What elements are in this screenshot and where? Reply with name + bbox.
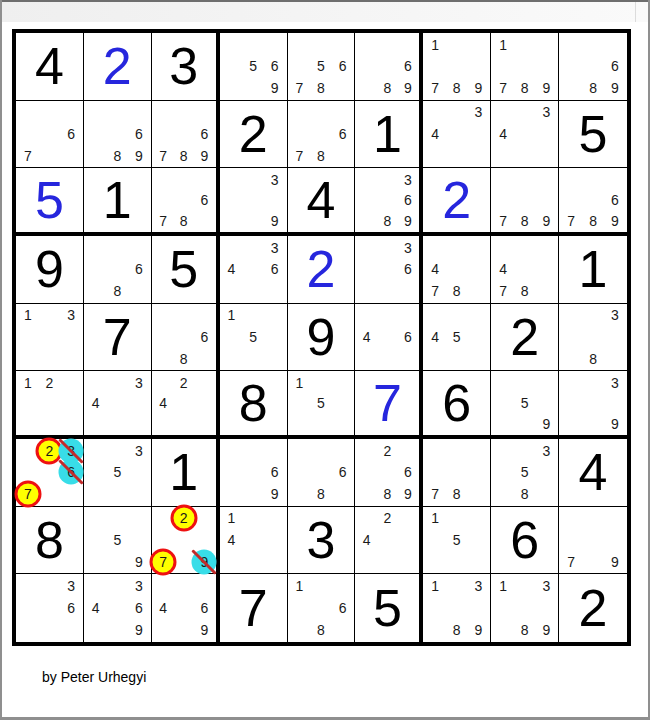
candidate-8[interactable]: 8 (377, 210, 398, 231)
candidate-6[interactable]: 6 (60, 597, 82, 619)
candidate-1[interactable]: 1 (17, 372, 39, 393)
candidate-9[interactable]: 9 (264, 483, 286, 505)
candidate-digit: 5 (249, 59, 257, 73)
candidate-2[interactable]: 2 (377, 508, 398, 530)
candidate-1[interactable]: 1 (492, 34, 514, 56)
candidate-digit: 5 (113, 465, 121, 479)
cell-r3c5[interactable]: 4 (288, 168, 356, 236)
cell-r7c3[interactable]: 1 (152, 439, 220, 507)
candidate-digit: 6 (339, 59, 347, 73)
candidate-grid: 5678 (289, 34, 354, 99)
candidate-7[interactable]: 7 (560, 210, 582, 231)
candidate-2[interactable]: 2 (377, 440, 398, 462)
candidate-6[interactable]: 6 (60, 462, 82, 484)
candidate-6[interactable]: 6 (194, 597, 215, 619)
candidate-4[interactable]: 4 (424, 326, 446, 348)
candidate-digit: 9 (611, 214, 619, 228)
candidate-3[interactable]: 3 (604, 372, 626, 393)
cell-r6c2[interactable]: 34 (84, 371, 152, 439)
candidate-digit: 7 (24, 487, 32, 501)
candidate-grid: 59 (85, 508, 150, 573)
candidate-1[interactable]: 1 (289, 372, 311, 393)
candidate-digit: 3 (542, 444, 550, 458)
cell-r4c2[interactable]: 68 (84, 236, 152, 304)
candidate-3[interactable]: 3 (264, 237, 286, 259)
cell-r2c5[interactable]: 678 (288, 101, 356, 169)
cell-r8c1[interactable]: 8 (16, 507, 84, 575)
cell-r3c7[interactable]: 2 (423, 168, 491, 236)
candidate-grid: 79 (560, 508, 626, 573)
candidate-digit: 4 (499, 127, 507, 141)
candidate-3[interactable]: 3 (468, 102, 490, 124)
given-digit: 6 (423, 371, 490, 435)
candidate-9[interactable]: 9 (535, 413, 557, 434)
candidate-5[interactable]: 5 (107, 462, 129, 484)
cell-r3c8[interactable]: 789 (491, 168, 559, 236)
candidate-6[interactable]: 6 (332, 123, 354, 145)
candidate-9[interactable]: 9 (604, 551, 626, 573)
cell-r9c1[interactable]: 36 (16, 574, 84, 642)
cell-r9c5[interactable]: 168 (288, 574, 356, 642)
candidate-4[interactable]: 4 (85, 393, 107, 414)
candidate-8[interactable]: 8 (173, 210, 194, 231)
candidate-3[interactable]: 3 (60, 575, 82, 597)
candidate-8[interactable]: 8 (310, 77, 332, 99)
cell-r1c4[interactable]: 569 (220, 33, 288, 101)
candidate-2[interactable]: 2 (39, 372, 61, 393)
candidate-7[interactable]: 7 (492, 210, 514, 231)
candidate-9[interactable]: 9 (468, 619, 490, 641)
candidate-digit: 9 (135, 623, 143, 637)
candidate-6[interactable]: 6 (332, 462, 354, 484)
cell-r8c7[interactable]: 15 (423, 507, 491, 575)
cell-r2c9[interactable]: 5 (559, 101, 627, 169)
candidate-grid: 39 (221, 169, 286, 231)
cell-r1c7[interactable]: 1789 (423, 33, 491, 101)
cell-r8c2[interactable]: 59 (84, 507, 152, 575)
sudoku-board: 4235695678689178917896896768967892678134… (12, 29, 631, 646)
cell-r7c2[interactable]: 35 (84, 439, 152, 507)
candidate-3[interactable]: 3 (604, 305, 626, 327)
cell-r2c4[interactable]: 2 (220, 101, 288, 169)
candidate-9[interactable]: 9 (535, 77, 557, 99)
candidate-6[interactable]: 6 (128, 597, 150, 619)
candidate-grid: 1789 (492, 34, 557, 99)
candidate-7[interactable]: 7 (153, 551, 174, 573)
candidate-grid: 6789 (560, 169, 626, 231)
candidate-4[interactable]: 4 (85, 597, 107, 619)
candidate-1[interactable]: 1 (289, 575, 311, 597)
cell-r6c3[interactable]: 24 (152, 371, 220, 439)
candidate-grid: 2367 (17, 440, 82, 505)
candidate-digit: 8 (383, 214, 391, 228)
candidate-digit: 5 (113, 533, 121, 547)
candidate-4[interactable]: 4 (221, 529, 243, 551)
candidate-grid: 689 (560, 34, 626, 99)
candidate-digit: 6 (200, 601, 208, 615)
candidate-9[interactable]: 9 (604, 413, 626, 434)
cell-r3c2[interactable]: 1 (84, 168, 152, 236)
candidate-5[interactable]: 5 (514, 462, 536, 484)
candidate-8[interactable]: 8 (377, 77, 398, 99)
candidate-3[interactable]: 3 (398, 169, 419, 190)
cell-r7c9[interactable]: 4 (559, 439, 627, 507)
cell-r2c2[interactable]: 689 (84, 101, 152, 169)
candidate-9[interactable]: 9 (398, 77, 419, 99)
candidate-3[interactable]: 3 (468, 575, 490, 597)
candidate-8[interactable]: 8 (173, 145, 194, 167)
candidate-digit: 9 (611, 417, 619, 431)
candidate-7[interactable]: 7 (289, 145, 311, 167)
candidate-2[interactable]: 2 (39, 440, 61, 462)
author-credit: by Peter Urhegyi (42, 669, 146, 685)
cell-r1c9[interactable]: 689 (559, 33, 627, 101)
candidate-8[interactable]: 8 (310, 483, 332, 505)
candidate-digit: 9 (542, 417, 550, 431)
candidate-digit: 3 (271, 173, 279, 187)
candidate-7[interactable]: 7 (424, 280, 446, 302)
candidate-digit: 7 (431, 487, 439, 501)
candidate-digit: 8 (521, 487, 529, 501)
cell-r7c6[interactable]: 2689 (355, 439, 423, 507)
candidate-7[interactable]: 7 (153, 210, 174, 231)
candidate-3[interactable]: 3 (128, 440, 150, 462)
candidate-7[interactable]: 7 (17, 483, 39, 505)
cell-r1c6[interactable]: 689 (355, 33, 423, 101)
candidate-6[interactable]: 6 (398, 326, 419, 348)
page: 4235695678689178917896896768967892678134… (0, 0, 650, 720)
candidate-6[interactable]: 6 (332, 56, 354, 78)
cell-r6c8[interactable]: 59 (491, 371, 559, 439)
cell-r9c3[interactable]: 469 (152, 574, 220, 642)
candidate-8[interactable]: 8 (582, 77, 604, 99)
candidate-1[interactable]: 1 (424, 34, 446, 56)
candidate-grid: 69 (221, 440, 286, 505)
candidate-8[interactable]: 8 (446, 280, 468, 302)
candidate-grid: 78 (424, 440, 489, 505)
cell-r3c3[interactable]: 678 (152, 168, 220, 236)
candidate-grid: 3469 (85, 575, 150, 641)
candidate-digit: 7 (295, 81, 303, 95)
candidate-5[interactable]: 5 (242, 56, 264, 78)
candidate-4[interactable]: 4 (356, 529, 377, 551)
candidate-digit: 6 (200, 127, 208, 141)
candidate-digit: 6 (67, 601, 75, 615)
cell-r5c5[interactable]: 9 (288, 304, 356, 372)
candidate-grid: 279 (153, 508, 215, 573)
cell-r8c4[interactable]: 14 (220, 507, 288, 575)
candidate-8[interactable]: 8 (514, 77, 536, 99)
candidate-6[interactable]: 6 (264, 462, 286, 484)
candidate-1[interactable]: 1 (221, 508, 243, 530)
candidate-3[interactable]: 3 (128, 372, 150, 393)
cell-r5c9[interactable]: 38 (559, 304, 627, 372)
candidate-digit: 6 (404, 330, 412, 344)
cell-r1c1[interactable]: 4 (16, 33, 84, 101)
cell-r8c3[interactable]: 279 (152, 507, 220, 575)
candidate-digit: 9 (475, 81, 483, 95)
candidate-8[interactable]: 8 (173, 348, 194, 370)
candidate-digit: 4 (92, 601, 100, 615)
cell-r2c8[interactable]: 34 (491, 101, 559, 169)
candidate-6[interactable]: 6 (398, 462, 419, 484)
candidate-7[interactable]: 7 (492, 280, 514, 302)
candidate-3[interactable]: 3 (535, 440, 557, 462)
candidate-6[interactable]: 6 (398, 259, 419, 281)
cell-r9c7[interactable]: 1389 (423, 574, 491, 642)
candidate-5[interactable]: 5 (310, 393, 332, 414)
candidate-grid: 39 (560, 372, 626, 434)
candidate-digit: 5 (521, 396, 529, 410)
candidate-digit: 6 (271, 262, 279, 276)
candidate-8[interactable]: 8 (310, 145, 332, 167)
cell-r1c8[interactable]: 1789 (491, 33, 559, 101)
candidate-digit: 8 (317, 149, 325, 163)
cell-r3c4[interactable]: 39 (220, 168, 288, 236)
cell-r9c6[interactable]: 5 (355, 574, 423, 642)
candidate-8[interactable]: 8 (582, 348, 604, 370)
candidate-9[interactable]: 9 (535, 619, 557, 641)
cell-r8c8[interactable]: 6 (491, 507, 559, 575)
candidate-grid: 14 (221, 508, 286, 573)
cell-r1c3[interactable]: 3 (152, 33, 220, 101)
candidate-7[interactable]: 7 (424, 483, 446, 505)
cell-r2c1[interactable]: 67 (16, 101, 84, 169)
candidate-8[interactable]: 8 (377, 483, 398, 505)
candidate-1[interactable]: 1 (221, 305, 243, 327)
candidate-6[interactable]: 6 (194, 123, 215, 145)
cell-r3c6[interactable]: 3689 (355, 168, 423, 236)
candidate-3[interactable]: 3 (535, 102, 557, 124)
candidate-4[interactable]: 4 (153, 393, 174, 414)
candidate-6[interactable]: 6 (398, 190, 419, 211)
cell-r4c8[interactable]: 478 (491, 236, 559, 304)
cell-r5c7[interactable]: 45 (423, 304, 491, 372)
cell-r4c1[interactable]: 9 (16, 236, 84, 304)
candidate-6[interactable]: 6 (194, 326, 215, 348)
candidate-7[interactable]: 7 (560, 551, 582, 573)
candidate-9[interactable]: 9 (128, 619, 150, 641)
candidate-9[interactable]: 9 (194, 551, 215, 573)
candidate-digit: 1 (24, 308, 32, 322)
cell-r4c7[interactable]: 478 (423, 236, 491, 304)
cell-r7c7[interactable]: 78 (423, 439, 491, 507)
candidate-digit: 7 (159, 149, 167, 163)
candidate-8[interactable]: 8 (514, 483, 536, 505)
cell-r4c3[interactable]: 5 (152, 236, 220, 304)
cell-r2c6[interactable]: 1 (355, 101, 423, 169)
candidate-5[interactable]: 5 (446, 529, 468, 551)
candidate-4[interactable]: 4 (424, 123, 446, 145)
candidate-6[interactable]: 6 (332, 597, 354, 619)
candidate-grid: 569 (221, 34, 286, 99)
candidate-8[interactable]: 8 (514, 210, 536, 231)
candidate-9[interactable]: 9 (194, 619, 215, 641)
cell-r6c4[interactable]: 8 (220, 371, 288, 439)
given-digit: 8 (16, 507, 83, 574)
cell-r2c3[interactable]: 6789 (152, 101, 220, 169)
candidate-4[interactable]: 4 (424, 259, 446, 281)
cell-r1c5[interactable]: 5678 (288, 33, 356, 101)
candidate-5[interactable]: 5 (446, 326, 468, 348)
cell-r1c2[interactable]: 2 (84, 33, 152, 101)
candidate-digit: 3 (611, 308, 619, 322)
candidate-4[interactable]: 4 (356, 326, 377, 348)
candidate-9[interactable]: 9 (398, 483, 419, 505)
candidate-1[interactable]: 1 (424, 575, 446, 597)
candidate-9[interactable]: 9 (604, 210, 626, 231)
candidate-9[interactable]: 9 (398, 210, 419, 231)
cell-r7c4[interactable]: 69 (220, 439, 288, 507)
candidate-7[interactable]: 7 (289, 77, 311, 99)
candidate-8[interactable]: 8 (446, 77, 468, 99)
candidate-grid: 478 (492, 237, 557, 302)
candidate-9[interactable]: 9 (264, 210, 286, 231)
candidate-6[interactable]: 6 (194, 190, 215, 211)
candidate-digit: 7 (159, 214, 167, 228)
candidate-3[interactable]: 3 (128, 575, 150, 597)
candidate-5[interactable]: 5 (242, 326, 264, 348)
candidate-8[interactable]: 8 (446, 483, 468, 505)
candidate-8[interactable]: 8 (514, 280, 536, 302)
candidate-6[interactable]: 6 (604, 190, 626, 211)
candidate-grid: 34 (85, 372, 150, 434)
cell-r6c5[interactable]: 15 (288, 371, 356, 439)
candidate-grid: 38 (560, 305, 626, 370)
candidate-3[interactable]: 3 (60, 305, 82, 327)
candidate-4[interactable]: 4 (221, 259, 243, 281)
candidate-7[interactable]: 7 (153, 145, 174, 167)
candidate-9[interactable]: 9 (128, 551, 150, 573)
candidate-digit: 5 (453, 330, 461, 344)
cell-r9c9[interactable]: 2 (559, 574, 627, 642)
cell-r9c8[interactable]: 1389 (491, 574, 559, 642)
candidate-9[interactable]: 9 (468, 77, 490, 99)
candidate-digit: 1 (228, 511, 236, 525)
candidate-digit: 8 (521, 623, 529, 637)
candidate-6[interactable]: 6 (264, 259, 286, 281)
cell-r4c6[interactable]: 36 (355, 236, 423, 304)
given-digit: 2 (220, 101, 287, 168)
candidate-4[interactable]: 4 (153, 597, 174, 619)
entered-digit: 2 (423, 168, 490, 232)
candidate-9[interactable]: 9 (128, 145, 150, 167)
cell-r2c7[interactable]: 34 (423, 101, 491, 169)
cell-r4c4[interactable]: 346 (220, 236, 288, 304)
candidate-9[interactable]: 9 (264, 77, 286, 99)
cell-r6c1[interactable]: 12 (16, 371, 84, 439)
candidate-8[interactable]: 8 (514, 619, 536, 641)
candidate-7[interactable]: 7 (17, 145, 39, 167)
cell-r9c4[interactable]: 7 (220, 574, 288, 642)
candidate-2[interactable]: 2 (173, 508, 194, 530)
cell-r5c8[interactable]: 2 (491, 304, 559, 372)
candidate-digit: 6 (271, 59, 279, 73)
candidate-digit: 3 (135, 579, 143, 593)
cell-r7c1[interactable]: 2367 (16, 439, 84, 507)
candidate-5[interactable]: 5 (310, 56, 332, 78)
cell-r8c5[interactable]: 3 (288, 507, 356, 575)
candidate-3[interactable]: 3 (264, 169, 286, 190)
candidate-7[interactable]: 7 (424, 77, 446, 99)
candidate-3[interactable]: 3 (60, 440, 82, 462)
candidate-4[interactable]: 4 (492, 259, 514, 281)
cell-r5c1[interactable]: 13 (16, 304, 84, 372)
candidate-9[interactable]: 9 (535, 210, 557, 231)
cell-r6c9[interactable]: 39 (559, 371, 627, 439)
candidate-digit: 9 (200, 623, 208, 637)
candidate-6[interactable]: 6 (128, 259, 150, 281)
cell-r3c1[interactable]: 5 (16, 168, 84, 236)
candidate-9[interactable]: 9 (194, 145, 215, 167)
candidate-grid: 358 (492, 440, 557, 505)
candidate-8[interactable]: 8 (582, 210, 604, 231)
candidate-2[interactable]: 2 (173, 372, 194, 393)
candidate-digit: 7 (499, 81, 507, 95)
cell-r5c2[interactable]: 7 (84, 304, 152, 372)
candidate-9[interactable]: 9 (604, 77, 626, 99)
candidate-1[interactable]: 1 (17, 305, 39, 327)
candidate-digit: 1 (431, 511, 439, 525)
candidate-5[interactable]: 5 (107, 529, 129, 551)
given-digit: 8 (220, 371, 287, 435)
candidate-6[interactable]: 6 (604, 56, 626, 78)
candidate-digit: 6 (611, 59, 619, 73)
candidate-7[interactable]: 7 (492, 77, 514, 99)
candidate-digit: 4 (228, 533, 236, 547)
candidate-grid: 13 (17, 305, 82, 370)
candidate-digit: 4 (431, 127, 439, 141)
candidate-digit: 6 (339, 465, 347, 479)
candidate-3[interactable]: 3 (398, 237, 419, 259)
cell-r3c9[interactable]: 6789 (559, 168, 627, 236)
candidate-1[interactable]: 1 (424, 508, 446, 530)
cell-r6c7[interactable]: 6 (423, 371, 491, 439)
candidate-6[interactable]: 6 (398, 56, 419, 78)
candidate-1[interactable]: 1 (492, 575, 514, 597)
entered-digit: 2 (84, 33, 151, 100)
cell-r4c9[interactable]: 1 (559, 236, 627, 304)
cell-r6c6[interactable]: 7 (355, 371, 423, 439)
given-digit: 1 (559, 236, 627, 303)
candidate-digit: 6 (339, 601, 347, 615)
candidate-6[interactable]: 6 (128, 123, 150, 145)
given-digit: 9 (288, 304, 355, 371)
candidate-6[interactable]: 6 (60, 123, 82, 145)
cell-r5c6[interactable]: 46 (355, 304, 423, 372)
candidate-digit: 4 (92, 396, 100, 410)
cell-r7c5[interactable]: 68 (288, 439, 356, 507)
candidate-3[interactable]: 3 (535, 575, 557, 597)
candidate-8[interactable]: 8 (107, 145, 129, 167)
cell-r8c6[interactable]: 24 (355, 507, 423, 575)
candidate-8[interactable]: 8 (310, 619, 332, 641)
cell-r4c5[interactable]: 2 (288, 236, 356, 304)
candidate-digit: 6 (611, 193, 619, 207)
cell-r9c2[interactable]: 3469 (84, 574, 152, 642)
cell-r7c8[interactable]: 358 (491, 439, 559, 507)
cell-r8c9[interactable]: 79 (559, 507, 627, 575)
candidate-4[interactable]: 4 (492, 123, 514, 145)
candidate-digit: 9 (542, 623, 550, 637)
candidate-digit: 8 (317, 81, 325, 95)
candidate-8[interactable]: 8 (446, 619, 468, 641)
candidate-6[interactable]: 6 (264, 56, 286, 78)
cell-r5c4[interactable]: 15 (220, 304, 288, 372)
candidate-5[interactable]: 5 (514, 393, 536, 414)
candidate-8[interactable]: 8 (107, 280, 129, 302)
cell-r5c3[interactable]: 68 (152, 304, 220, 372)
